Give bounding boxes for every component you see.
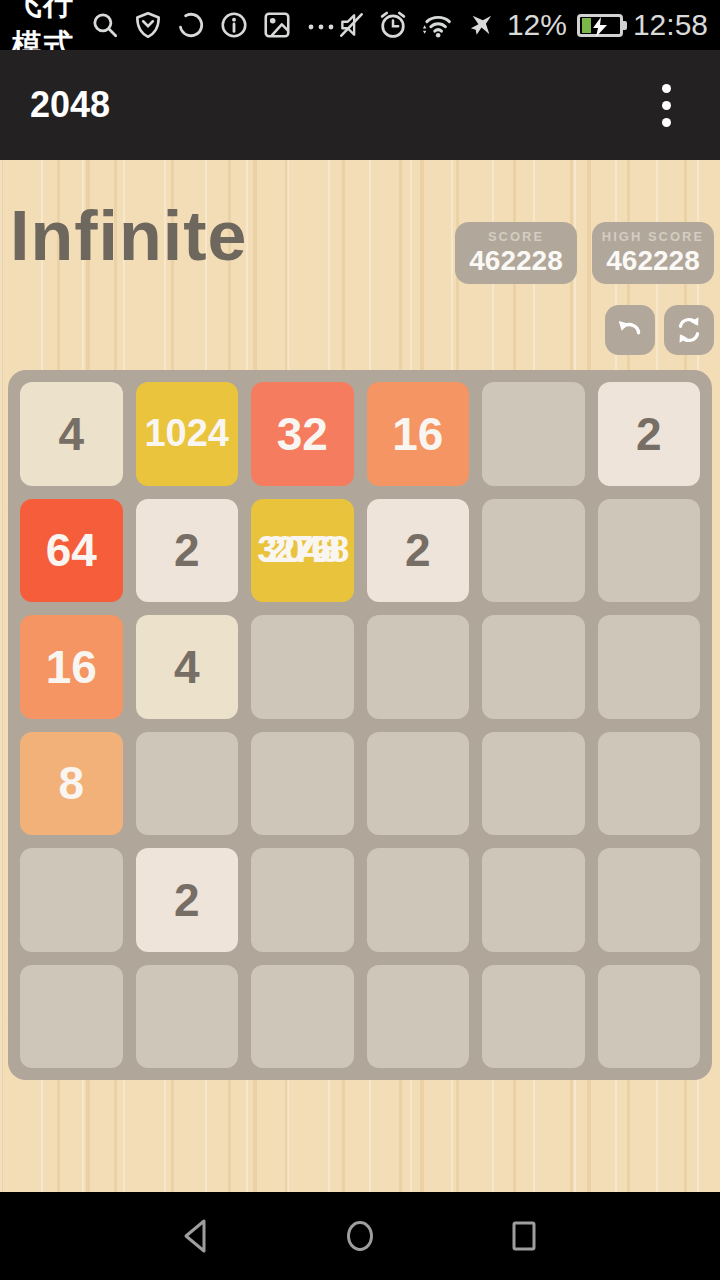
status-bar-right: 12% 12:58 bbox=[337, 8, 708, 42]
overflow-menu-icon[interactable] bbox=[642, 70, 690, 140]
glitch-number-2048: 2048 bbox=[251, 529, 354, 571]
status-bar: 飞行模式 bbox=[0, 0, 720, 50]
back-icon bbox=[175, 1215, 217, 1257]
ring-icon bbox=[176, 10, 206, 40]
empty-cell-r5c1 bbox=[20, 848, 123, 952]
tile-2: 2 bbox=[598, 382, 701, 486]
gallery-icon bbox=[262, 10, 292, 40]
app-title: 2048 bbox=[30, 84, 110, 126]
undo-button[interactable] bbox=[605, 305, 655, 355]
empty-cell-r4c5 bbox=[482, 732, 585, 836]
home-icon bbox=[339, 1215, 381, 1257]
battery-icon bbox=[577, 14, 623, 37]
empty-cell-r3c6 bbox=[598, 615, 701, 719]
score-badge: SCORE 462228 bbox=[455, 222, 577, 284]
mode-title: Infinite bbox=[10, 196, 247, 276]
restart-icon bbox=[674, 315, 704, 345]
empty-cell-r6c3 bbox=[251, 965, 354, 1069]
score-value: 462228 bbox=[469, 245, 562, 277]
back-button[interactable] bbox=[174, 1214, 218, 1258]
search-icon bbox=[90, 10, 120, 40]
empty-cell-r4c3 bbox=[251, 732, 354, 836]
score-badges: SCORE 462228 HIGH SCORE 462228 bbox=[455, 222, 714, 284]
empty-cell-r4c4 bbox=[367, 732, 470, 836]
game-controls bbox=[605, 305, 714, 355]
empty-cell-r5c4 bbox=[367, 848, 470, 952]
score-label: SCORE bbox=[488, 229, 544, 244]
info-icon bbox=[219, 10, 249, 40]
wifi-icon bbox=[419, 9, 455, 41]
phone-screen: 飞行模式 bbox=[0, 0, 720, 1280]
battery-percent: 12% bbox=[507, 8, 567, 42]
shield-icon bbox=[133, 10, 163, 40]
highscore-label: HIGH SCORE bbox=[602, 229, 704, 244]
undo-icon bbox=[615, 315, 645, 345]
tile-2: 2 bbox=[367, 499, 470, 603]
empty-cell-r5c5 bbox=[482, 848, 585, 952]
empty-cell-r4c2 bbox=[136, 732, 239, 836]
tile-8: 8 bbox=[20, 732, 123, 836]
highscore-value: 462228 bbox=[606, 245, 699, 277]
app-bar: 2048 bbox=[0, 50, 720, 160]
airplane-icon bbox=[465, 9, 497, 41]
tile-glitch-r2c3: 327682048 bbox=[251, 499, 354, 603]
game-area: Infinite SCORE 462228 HIGH SCORE 462228 … bbox=[0, 160, 720, 1192]
empty-cell-r3c3 bbox=[251, 615, 354, 719]
tile-32: 32 bbox=[251, 382, 354, 486]
empty-cell-r2c6 bbox=[598, 499, 701, 603]
board-grid[interactable]: 4102432162642327682048216482 bbox=[8, 370, 712, 1080]
empty-cell-r6c6 bbox=[598, 965, 701, 1069]
mute-icon bbox=[337, 10, 367, 40]
tile-16: 16 bbox=[20, 615, 123, 719]
tile-4: 4 bbox=[20, 382, 123, 486]
empty-cell-r5c3 bbox=[251, 848, 354, 952]
empty-cell-r3c4 bbox=[367, 615, 470, 719]
empty-cell-r4c6 bbox=[598, 732, 701, 836]
empty-cell-r5c6 bbox=[598, 848, 701, 952]
tile-4: 4 bbox=[136, 615, 239, 719]
tile-1024: 1024 bbox=[136, 382, 239, 486]
clock-text: 12:58 bbox=[633, 8, 708, 42]
restart-button[interactable] bbox=[664, 305, 714, 355]
empty-cell-r2c5 bbox=[482, 499, 585, 603]
empty-cell-r6c2 bbox=[136, 965, 239, 1069]
highscore-badge: HIGH SCORE 462228 bbox=[592, 222, 714, 284]
empty-cell-r6c4 bbox=[367, 965, 470, 1069]
home-button[interactable] bbox=[338, 1214, 382, 1258]
recents-icon bbox=[503, 1215, 545, 1257]
tile-2: 2 bbox=[136, 848, 239, 952]
tile-2: 2 bbox=[136, 499, 239, 603]
empty-cell-r6c1 bbox=[20, 965, 123, 1069]
empty-cell-r1c5 bbox=[482, 382, 585, 486]
empty-cell-r6c5 bbox=[482, 965, 585, 1069]
alarm-icon bbox=[377, 9, 409, 41]
charging-bolt-icon bbox=[588, 16, 612, 38]
tile-64: 64 bbox=[20, 499, 123, 603]
tile-16: 16 bbox=[367, 382, 470, 486]
empty-cell-r3c5 bbox=[482, 615, 585, 719]
navigation-bar bbox=[0, 1192, 720, 1280]
ellipsis-icon bbox=[305, 10, 337, 40]
recents-button[interactable] bbox=[502, 1214, 546, 1258]
